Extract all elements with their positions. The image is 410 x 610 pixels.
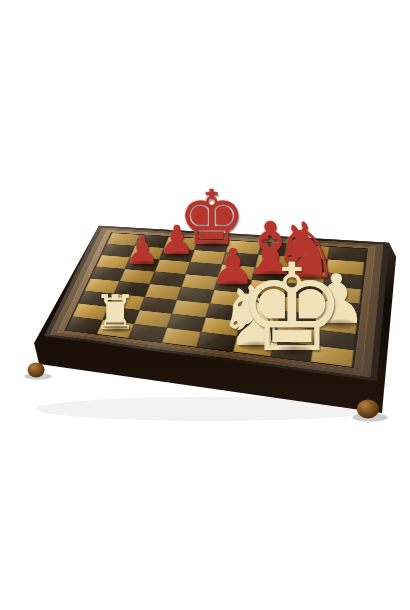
bun-foot-right	[357, 399, 379, 418]
square-e1	[197, 332, 237, 352]
square-d1	[162, 328, 201, 347]
square-f1	[233, 336, 274, 356]
product-photo: ♚♟♟♝♞♟♟♜♞♚	[0, 0, 410, 610]
square-h1	[310, 345, 354, 367]
square-c1	[129, 324, 167, 343]
square-g1	[271, 341, 313, 362]
bun-foot-left	[28, 362, 45, 377]
